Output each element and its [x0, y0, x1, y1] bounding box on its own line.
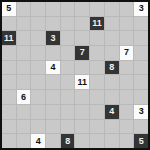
cell-r8c6[interactable]: [75, 105, 89, 119]
cell-r4c8[interactable]: [105, 46, 119, 60]
cell-r1c9[interactable]: [120, 2, 134, 16]
cell-r1c4[interactable]: [46, 2, 60, 16]
cell-r3c2[interactable]: [17, 31, 31, 45]
cell-r2c9[interactable]: [120, 17, 134, 31]
cell-r4c1[interactable]: [2, 46, 16, 60]
cell-r10c1[interactable]: [2, 134, 16, 148]
cell-r5c9[interactable]: [120, 61, 134, 75]
cell-r7c1[interactable]: [2, 90, 16, 104]
cell-r10c9[interactable]: [120, 134, 134, 148]
cell-r3c8[interactable]: [105, 31, 119, 45]
cell-r3c4-clue-black-3[interactable]: 3: [46, 31, 60, 45]
cell-r2c4[interactable]: [46, 17, 60, 31]
cell-r9c4[interactable]: [46, 120, 60, 134]
cell-r9c8[interactable]: [105, 120, 119, 134]
cell-r6c9[interactable]: [120, 75, 134, 89]
cell-r8c3[interactable]: [31, 105, 45, 119]
cell-r7c6[interactable]: [75, 90, 89, 104]
cell-r2c6[interactable]: [75, 17, 89, 31]
cell-r4c6-clue-black-7[interactable]: 7: [75, 46, 89, 60]
cell-r7c8[interactable]: [105, 90, 119, 104]
cell-r8c4[interactable]: [46, 105, 60, 119]
cell-r4c2[interactable]: [17, 46, 31, 60]
cell-r7c10[interactable]: [134, 90, 148, 104]
cell-r5c3[interactable]: [31, 61, 45, 75]
cell-r7c7[interactable]: [90, 90, 104, 104]
cell-r8c8-clue-black-4[interactable]: 4: [105, 105, 119, 119]
cell-r8c2[interactable]: [17, 105, 31, 119]
cell-r4c4[interactable]: [46, 46, 60, 60]
cell-r9c3[interactable]: [31, 120, 45, 134]
cell-r2c3[interactable]: [31, 17, 45, 31]
cell-r6c7[interactable]: [90, 75, 104, 89]
cell-r1c7[interactable]: [90, 2, 104, 16]
cell-r3c10[interactable]: [134, 31, 148, 45]
cell-r4c5[interactable]: [61, 46, 75, 60]
cell-r6c5[interactable]: [61, 75, 75, 89]
cell-r8c9[interactable]: [120, 105, 134, 119]
cell-r5c1[interactable]: [2, 61, 16, 75]
cell-r5c2[interactable]: [17, 61, 31, 75]
cell-r1c5[interactable]: [61, 2, 75, 16]
cell-r9c7[interactable]: [90, 120, 104, 134]
cell-r9c10[interactable]: [134, 120, 148, 134]
cell-r8c1[interactable]: [2, 105, 16, 119]
cell-r5c7[interactable]: [90, 61, 104, 75]
cell-r1c3[interactable]: [31, 2, 45, 16]
cell-r5c4-clue-white-4[interactable]: 4: [46, 61, 60, 75]
cell-r9c6[interactable]: [75, 120, 89, 134]
cell-r2c5[interactable]: [61, 17, 75, 31]
cell-r1c6[interactable]: [75, 2, 89, 16]
cell-r2c1[interactable]: [2, 17, 16, 31]
cell-r3c5[interactable]: [61, 31, 75, 45]
cell-r3c6[interactable]: [75, 31, 89, 45]
cell-r2c7-clue-black-11[interactable]: 11: [90, 17, 104, 31]
cell-r6c3[interactable]: [31, 75, 45, 89]
cell-r3c7[interactable]: [90, 31, 104, 45]
cell-r5c5[interactable]: [61, 61, 75, 75]
cell-r5c8-clue-black-8[interactable]: 8: [105, 61, 119, 75]
cell-r8c10-clue-white-3[interactable]: 3: [134, 105, 148, 119]
cell-r3c9[interactable]: [120, 31, 134, 45]
cell-r1c1-clue-white-5[interactable]: 5: [2, 2, 16, 16]
cell-r3c3[interactable]: [31, 31, 45, 45]
cell-r10c10-clue-black-5[interactable]: 5: [134, 134, 148, 148]
cell-r10c4[interactable]: [46, 134, 60, 148]
cell-r6c6-clue-white-11[interactable]: 11: [75, 75, 89, 89]
puzzle-board: 5311113774811643485: [0, 0, 150, 150]
cell-r9c1[interactable]: [2, 120, 16, 134]
cell-r4c3[interactable]: [31, 46, 45, 60]
cell-r7c2-clue-white-6[interactable]: 6: [17, 90, 31, 104]
cell-r7c4[interactable]: [46, 90, 60, 104]
cell-r10c3-clue-white-4[interactable]: 4: [31, 134, 45, 148]
cell-r1c2[interactable]: [17, 2, 31, 16]
cell-r7c5[interactable]: [61, 90, 75, 104]
cell-r9c5[interactable]: [61, 120, 75, 134]
cell-r2c8[interactable]: [105, 17, 119, 31]
cell-r9c2[interactable]: [17, 120, 31, 134]
cell-r10c6[interactable]: [75, 134, 89, 148]
cell-r8c5[interactable]: [61, 105, 75, 119]
cell-r3c1-clue-black-11[interactable]: 11: [2, 31, 16, 45]
cell-r5c10[interactable]: [134, 61, 148, 75]
cell-r10c5-clue-black-8[interactable]: 8: [61, 134, 75, 148]
cell-r5c6[interactable]: [75, 61, 89, 75]
cell-r1c10-clue-white-3[interactable]: 3: [134, 2, 148, 16]
cell-r4c10[interactable]: [134, 46, 148, 60]
cell-r9c9[interactable]: [120, 120, 134, 134]
cell-r10c8[interactable]: [105, 134, 119, 148]
cell-r1c8[interactable]: [105, 2, 119, 16]
cell-r6c1[interactable]: [2, 75, 16, 89]
cell-r7c9[interactable]: [120, 90, 134, 104]
cell-r2c2[interactable]: [17, 17, 31, 31]
cell-r10c2[interactable]: [17, 134, 31, 148]
cell-r6c2[interactable]: [17, 75, 31, 89]
cell-r6c10[interactable]: [134, 75, 148, 89]
cell-r4c9-clue-white-7[interactable]: 7: [120, 46, 134, 60]
cell-r6c8[interactable]: [105, 75, 119, 89]
cell-r10c7[interactable]: [90, 134, 104, 148]
cell-r8c7[interactable]: [90, 105, 104, 119]
cell-r6c4[interactable]: [46, 75, 60, 89]
cell-r4c7[interactable]: [90, 46, 104, 60]
cell-r2c10[interactable]: [134, 17, 148, 31]
cell-r7c3[interactable]: [31, 90, 45, 104]
